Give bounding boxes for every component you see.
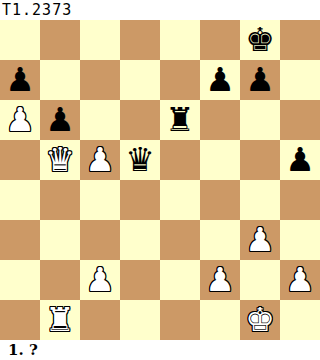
square-c1[interactable]: [80, 300, 120, 340]
black-rook-e6[interactable]: ♜: [160, 100, 200, 140]
square-h2[interactable]: ♟: [280, 260, 320, 300]
square-a4[interactable]: [0, 180, 40, 220]
white-king-g1[interactable]: ♚: [240, 300, 280, 340]
square-c5[interactable]: ♟: [80, 140, 120, 180]
square-b3[interactable]: [40, 220, 80, 260]
square-a8[interactable]: [0, 20, 40, 60]
square-e5[interactable]: [160, 140, 200, 180]
square-a6[interactable]: ♟: [0, 100, 40, 140]
square-g6[interactable]: [240, 100, 280, 140]
square-g4[interactable]: [240, 180, 280, 220]
square-h1[interactable]: [280, 300, 320, 340]
square-f5[interactable]: [200, 140, 240, 180]
square-c3[interactable]: [80, 220, 120, 260]
square-c6[interactable]: [80, 100, 120, 140]
square-h4[interactable]: [280, 180, 320, 220]
black-pawn-b6[interactable]: ♟: [40, 100, 80, 140]
white-pawn-g3[interactable]: ♟: [240, 220, 280, 260]
square-e2[interactable]: [160, 260, 200, 300]
square-f4[interactable]: [200, 180, 240, 220]
square-e8[interactable]: [160, 20, 200, 60]
square-b1[interactable]: ♜: [40, 300, 80, 340]
square-f3[interactable]: [200, 220, 240, 260]
square-e4[interactable]: [160, 180, 200, 220]
square-d8[interactable]: [120, 20, 160, 60]
square-c2[interactable]: ♟: [80, 260, 120, 300]
square-f6[interactable]: [200, 100, 240, 140]
white-queen-b5[interactable]: ♛: [40, 140, 80, 180]
square-g7[interactable]: ♟: [240, 60, 280, 100]
square-f7[interactable]: ♟: [200, 60, 240, 100]
square-h3[interactable]: [280, 220, 320, 260]
move-prompt: 1. ?: [0, 340, 320, 360]
black-pawn-g7[interactable]: ♟: [240, 60, 280, 100]
square-d2[interactable]: [120, 260, 160, 300]
square-g2[interactable]: [240, 260, 280, 300]
square-f1[interactable]: [200, 300, 240, 340]
square-c4[interactable]: [80, 180, 120, 220]
white-pawn-f2[interactable]: ♟: [200, 260, 240, 300]
square-h8[interactable]: [280, 20, 320, 60]
square-a5[interactable]: [0, 140, 40, 180]
black-king-g8[interactable]: ♚: [240, 20, 280, 60]
square-g8[interactable]: ♚: [240, 20, 280, 60]
white-rook-b1[interactable]: ♜: [40, 300, 80, 340]
square-b7[interactable]: [40, 60, 80, 100]
square-f8[interactable]: [200, 20, 240, 60]
square-c7[interactable]: [80, 60, 120, 100]
white-pawn-a6[interactable]: ♟: [0, 100, 40, 140]
square-e3[interactable]: [160, 220, 200, 260]
square-d3[interactable]: [120, 220, 160, 260]
square-d5[interactable]: ♛: [120, 140, 160, 180]
black-queen-d5[interactable]: ♛: [120, 140, 160, 180]
square-d7[interactable]: [120, 60, 160, 100]
white-pawn-h2[interactable]: ♟: [280, 260, 320, 300]
white-pawn-c2[interactable]: ♟: [80, 260, 120, 300]
square-b6[interactable]: ♟: [40, 100, 80, 140]
square-b8[interactable]: [40, 20, 80, 60]
white-pawn-c5[interactable]: ♟: [80, 140, 120, 180]
square-c8[interactable]: [80, 20, 120, 60]
square-b2[interactable]: [40, 260, 80, 300]
square-d6[interactable]: [120, 100, 160, 140]
square-a7[interactable]: ♟: [0, 60, 40, 100]
square-a3[interactable]: [0, 220, 40, 260]
square-e1[interactable]: [160, 300, 200, 340]
square-f2[interactable]: ♟: [200, 260, 240, 300]
square-b5[interactable]: ♛: [40, 140, 80, 180]
square-g3[interactable]: ♟: [240, 220, 280, 260]
square-d1[interactable]: [120, 300, 160, 340]
black-pawn-f7[interactable]: ♟: [200, 60, 240, 100]
square-h5[interactable]: ♟: [280, 140, 320, 180]
chess-board: ♚♟♟♟♟♟♜♛♟♛♟♟♟♟♟♜♚: [0, 20, 320, 340]
black-pawn-h5[interactable]: ♟: [280, 140, 320, 180]
square-a2[interactable]: [0, 260, 40, 300]
square-h6[interactable]: [280, 100, 320, 140]
square-d4[interactable]: [120, 180, 160, 220]
square-h7[interactable]: [280, 60, 320, 100]
square-e6[interactable]: ♜: [160, 100, 200, 140]
square-e7[interactable]: [160, 60, 200, 100]
puzzle-title: T1.2373: [0, 0, 320, 20]
square-a1[interactable]: [0, 300, 40, 340]
square-g1[interactable]: ♚: [240, 300, 280, 340]
square-g5[interactable]: [240, 140, 280, 180]
black-pawn-a7[interactable]: ♟: [0, 60, 40, 100]
square-b4[interactable]: [40, 180, 80, 220]
